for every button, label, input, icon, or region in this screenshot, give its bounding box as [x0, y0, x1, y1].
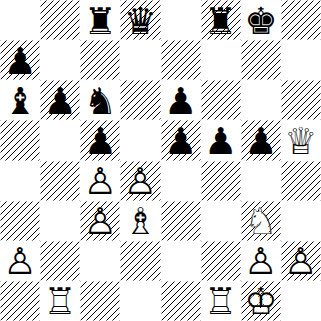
square-g4[interactable]	[241, 161, 281, 201]
black-pawn-icon: ♟	[3, 42, 36, 79]
square-b7[interactable]	[40, 40, 80, 80]
square-a5[interactable]	[0, 120, 40, 160]
square-c4[interactable]: ♟♙	[80, 161, 120, 201]
square-b6[interactable]: ♟	[40, 80, 80, 120]
square-e5[interactable]: ♟	[161, 120, 201, 160]
square-b2[interactable]	[40, 241, 80, 281]
square-a3[interactable]	[0, 201, 40, 241]
white-rook-icon: ♖	[204, 283, 237, 320]
square-d6[interactable]	[120, 80, 160, 120]
square-h5[interactable]: ♛♕	[281, 120, 321, 160]
square-b5[interactable]	[40, 120, 80, 160]
square-g6[interactable]	[241, 80, 281, 120]
square-b4[interactable]	[40, 161, 80, 201]
square-a1[interactable]	[0, 281, 40, 321]
black-knight-icon: ♞	[84, 82, 117, 119]
square-g8[interactable]: ♚	[241, 0, 281, 40]
square-a7[interactable]: ♟	[0, 40, 40, 80]
square-c5[interactable]: ♟	[80, 120, 120, 160]
white-pawn-icon: ♙	[124, 163, 157, 200]
black-rook-icon: ♜	[84, 2, 117, 39]
square-h8[interactable]	[281, 0, 321, 40]
square-c1[interactable]	[80, 281, 120, 321]
square-a8[interactable]	[0, 0, 40, 40]
square-c6[interactable]: ♞	[80, 80, 120, 120]
square-d7[interactable]	[120, 40, 160, 80]
white-pawn-icon: ♙	[3, 243, 36, 280]
square-h4[interactable]	[281, 161, 321, 201]
square-d1[interactable]	[120, 281, 160, 321]
white-king-icon: ♔	[244, 283, 277, 320]
square-a4[interactable]	[0, 161, 40, 201]
black-pawn-icon: ♟	[204, 122, 237, 159]
square-h6[interactable]	[281, 80, 321, 120]
square-e4[interactable]	[161, 161, 201, 201]
black-rook-icon: ♜	[204, 2, 237, 39]
square-e6[interactable]: ♟	[161, 80, 201, 120]
chess-board: ♜♛♜♚♟♝♟♞♟♟♟♟♟♛♕♟♙♟♙♟♙♝♗♞♘♟♙♟♙♟♙♜♖♜♖♚♔	[0, 0, 321, 321]
square-d5[interactable]	[120, 120, 160, 160]
white-pawn-icon: ♙	[284, 243, 317, 280]
square-d4[interactable]: ♟♙	[120, 161, 160, 201]
square-f4[interactable]	[201, 161, 241, 201]
square-e1[interactable]	[161, 281, 201, 321]
square-f6[interactable]	[201, 80, 241, 120]
square-g7[interactable]	[241, 40, 281, 80]
square-c8[interactable]: ♜	[80, 0, 120, 40]
black-pawn-icon: ♟	[44, 82, 77, 119]
square-c3[interactable]: ♟♙	[80, 201, 120, 241]
square-f1[interactable]: ♜♖	[201, 281, 241, 321]
square-f3[interactable]	[201, 201, 241, 241]
square-f5[interactable]: ♟	[201, 120, 241, 160]
square-d3[interactable]: ♝♗	[120, 201, 160, 241]
white-rook-icon: ♖	[44, 283, 77, 320]
square-a2[interactable]: ♟♙	[0, 241, 40, 281]
white-bishop-icon: ♗	[124, 203, 157, 240]
square-f2[interactable]	[201, 241, 241, 281]
black-pawn-icon: ♟	[244, 122, 277, 159]
white-queen-icon: ♕	[284, 122, 317, 159]
square-b1[interactable]: ♜♖	[40, 281, 80, 321]
square-e7[interactable]	[161, 40, 201, 80]
square-h1[interactable]	[281, 281, 321, 321]
black-queen-icon: ♛	[124, 2, 157, 39]
square-g1[interactable]: ♚♔	[241, 281, 281, 321]
square-h3[interactable]	[281, 201, 321, 241]
square-h2[interactable]: ♟♙	[281, 241, 321, 281]
black-pawn-icon: ♟	[164, 122, 197, 159]
white-knight-icon: ♘	[244, 203, 277, 240]
square-g5[interactable]: ♟	[241, 120, 281, 160]
white-pawn-icon: ♙	[84, 163, 117, 200]
square-f7[interactable]	[201, 40, 241, 80]
square-e2[interactable]	[161, 241, 201, 281]
square-f8[interactable]: ♜	[201, 0, 241, 40]
square-g3[interactable]: ♞♘	[241, 201, 281, 241]
square-d2[interactable]	[120, 241, 160, 281]
black-bishop-icon: ♝	[3, 82, 36, 119]
white-pawn-icon: ♙	[84, 203, 117, 240]
square-b3[interactable]	[40, 201, 80, 241]
white-pawn-icon: ♙	[244, 243, 277, 280]
black-king-icon: ♚	[244, 2, 277, 39]
square-g2[interactable]: ♟♙	[241, 241, 281, 281]
square-e3[interactable]	[161, 201, 201, 241]
square-a6[interactable]: ♝	[0, 80, 40, 120]
square-c7[interactable]	[80, 40, 120, 80]
square-b8[interactable]	[40, 0, 80, 40]
black-pawn-icon: ♟	[84, 122, 117, 159]
black-pawn-icon: ♟	[164, 82, 197, 119]
square-d8[interactable]: ♛	[120, 0, 160, 40]
square-e8[interactable]	[161, 0, 201, 40]
square-h7[interactable]	[281, 40, 321, 80]
square-c2[interactable]	[80, 241, 120, 281]
